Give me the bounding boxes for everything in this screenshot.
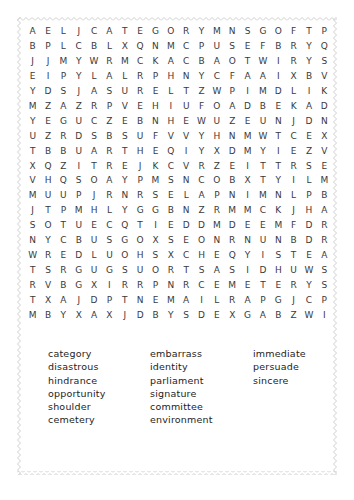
grid-letter: D xyxy=(301,233,316,248)
grid-letter: Z xyxy=(194,84,209,99)
grid-letter: B xyxy=(317,188,332,203)
grid-letter: A xyxy=(102,24,117,39)
grid-letter: R xyxy=(56,262,71,277)
worksheet-page: AELJCATEGORYMNSGOFTPBPLCBLXQNMCPUSEFBRYQ… xyxy=(0,0,354,500)
grid-letter: U xyxy=(132,262,147,277)
grid-letter: H xyxy=(132,143,147,158)
grid-letter: N xyxy=(271,188,286,203)
grid-letter: L xyxy=(56,39,71,54)
grid-letter: U xyxy=(132,128,147,143)
grid-letter: M xyxy=(209,24,224,39)
grid-letter: R xyxy=(286,39,301,54)
grid-letter: M xyxy=(163,39,178,54)
grid-letter: E xyxy=(301,128,316,143)
grid-letter: N xyxy=(225,188,240,203)
grid-letter: C xyxy=(194,173,209,188)
grid-letter: X xyxy=(71,307,86,322)
grid-letter: X xyxy=(317,128,332,143)
grid-letter: T xyxy=(179,84,194,99)
grid-letter: O xyxy=(132,233,147,248)
word-list-item: persuade xyxy=(253,360,306,373)
word-list-column: embarrassidentityparliamentsignaturecomm… xyxy=(150,347,213,427)
grid-letter: B xyxy=(271,39,286,54)
grid-letter: R xyxy=(86,98,101,113)
grid-letter: R xyxy=(40,247,55,262)
grid-letter: S xyxy=(71,173,86,188)
grid-letter: B xyxy=(148,307,163,322)
grid-letter: L xyxy=(102,39,117,54)
grid-letter: D xyxy=(179,218,194,233)
grid-letter: H xyxy=(148,98,163,113)
word-list-item: cemetery xyxy=(48,413,106,426)
grid-letter: J xyxy=(25,54,40,69)
grid-letter: R xyxy=(25,277,40,292)
grid-letter: I xyxy=(102,277,117,292)
grid-letter: L xyxy=(86,247,101,262)
grid-letter: Y xyxy=(25,113,40,128)
grid-letter: Z xyxy=(56,158,71,173)
grid-letter: P xyxy=(194,39,209,54)
grid-letter: E xyxy=(132,24,147,39)
grid-letter: R xyxy=(117,277,132,292)
grid-letter: A xyxy=(209,262,224,277)
grid-letter: U xyxy=(209,113,224,128)
grid-letter: T xyxy=(56,218,71,233)
grid-letter: Y xyxy=(301,39,316,54)
grid-letter: A xyxy=(225,98,240,113)
grid-letter: R xyxy=(317,218,332,233)
grid-letter: Y xyxy=(301,277,316,292)
grid-letter: N xyxy=(25,233,40,248)
grid-letter: X xyxy=(240,173,255,188)
grid-letter: W xyxy=(255,54,270,69)
grid-letter: T xyxy=(25,143,40,158)
grid-letter: Y xyxy=(301,54,316,69)
grid-letter: T xyxy=(40,203,55,218)
grid-letter: B xyxy=(40,143,55,158)
grid-letter: R xyxy=(132,84,147,99)
grid-letter: R xyxy=(194,158,209,173)
grid-letter: B xyxy=(194,54,209,69)
grid-letter: Z xyxy=(194,203,209,218)
grid-letter: T xyxy=(117,143,132,158)
grid-letter: C xyxy=(179,54,194,69)
grid-letter: V xyxy=(179,128,194,143)
grid-letter: E xyxy=(25,69,40,84)
grid-letter: J xyxy=(25,203,40,218)
grid-letter: E xyxy=(240,277,255,292)
grid-letter: N xyxy=(317,113,332,128)
grid-letter: B xyxy=(56,277,71,292)
grid-letter: P xyxy=(225,84,240,99)
grid-letter: H xyxy=(163,113,178,128)
word-list-item: signature xyxy=(150,387,213,400)
grid-letter: U xyxy=(209,39,224,54)
grid-letter: L xyxy=(163,84,178,99)
word-list-item: immediate xyxy=(253,347,306,360)
grid-letter: G xyxy=(71,262,86,277)
grid-letter: Q xyxy=(56,173,71,188)
grid-letter: Q xyxy=(132,39,147,54)
grid-letter: U xyxy=(25,128,40,143)
grid-letter: D xyxy=(317,98,332,113)
border-left-edge xyxy=(17,17,21,475)
grid-letter: C xyxy=(179,247,194,262)
grid-letter: S xyxy=(148,247,163,262)
grid-letter: A xyxy=(56,292,71,307)
grid-letter: G xyxy=(71,277,86,292)
grid-letter: S xyxy=(271,247,286,262)
grid-letter: E xyxy=(286,143,301,158)
grid-letter: U xyxy=(71,113,86,128)
grid-letter: A xyxy=(56,98,71,113)
grid-letter: S xyxy=(163,233,178,248)
grid-letter: G xyxy=(132,203,147,218)
grid-letter: N xyxy=(271,113,286,128)
grid-letter: L xyxy=(56,24,71,39)
grid-letter: T xyxy=(117,292,132,307)
grid-letter: W xyxy=(86,54,101,69)
grid-letter: J xyxy=(286,292,301,307)
grid-letter: N xyxy=(209,233,224,248)
word-list-item: parliament xyxy=(150,374,213,387)
grid-letter: G xyxy=(271,292,286,307)
grid-letter: X xyxy=(163,247,178,262)
grid-letter: L xyxy=(179,188,194,203)
grid-letter: M xyxy=(225,277,240,292)
grid-letter: N xyxy=(179,203,194,218)
grid-letter: H xyxy=(40,173,55,188)
grid-letter: S xyxy=(317,277,332,292)
grid-letter: V xyxy=(117,98,132,113)
grid-letter: A xyxy=(240,292,255,307)
grid-letter: P xyxy=(40,39,55,54)
grid-letter: L xyxy=(117,69,132,84)
grid-letter: R xyxy=(102,54,117,69)
grid-letter: G xyxy=(56,113,71,128)
grid-letter: J xyxy=(286,203,301,218)
word-list-column: immediatepersuadesincere xyxy=(253,347,306,387)
grid-letter: D xyxy=(40,84,55,99)
grid-letter: B xyxy=(286,233,301,248)
grid-letter: G xyxy=(117,233,132,248)
grid-letter: C xyxy=(71,39,86,54)
grid-letter: C xyxy=(255,203,270,218)
grid-letter: E xyxy=(148,292,163,307)
grid-letter: S xyxy=(117,128,132,143)
grid-letter: Y xyxy=(117,173,132,188)
grid-letter: V xyxy=(163,128,178,143)
grid-letter: W xyxy=(194,113,209,128)
grid-letter: S xyxy=(102,84,117,99)
grid-letter: T xyxy=(25,262,40,277)
grid-letter: M xyxy=(317,173,332,188)
grid-letter: P xyxy=(148,277,163,292)
grid-letter: O xyxy=(163,24,178,39)
grid-letter: A xyxy=(102,69,117,84)
grid-letter: Y xyxy=(25,84,40,99)
grid-letter: M xyxy=(25,307,40,322)
grid-letter: B xyxy=(163,203,178,218)
grid-letter: V xyxy=(317,69,332,84)
grid-letter: Z xyxy=(40,98,55,113)
grid-letter: H xyxy=(271,262,286,277)
grid-letter: S xyxy=(225,262,240,277)
grid-letter: C xyxy=(209,69,224,84)
grid-letter: I xyxy=(163,98,178,113)
grid-letter: R xyxy=(102,158,117,173)
grid-letter: R xyxy=(209,203,224,218)
grid-letter: A xyxy=(102,173,117,188)
grid-letter: U xyxy=(255,233,270,248)
grid-letter: B xyxy=(71,233,86,248)
grid-letter: C xyxy=(163,158,178,173)
grid-letter: S xyxy=(148,188,163,203)
grid-letter: U xyxy=(179,98,194,113)
grid-letter: Q xyxy=(225,247,240,262)
grid-letter: P xyxy=(255,292,270,307)
grid-letter: S xyxy=(117,262,132,277)
grid-letter: C xyxy=(132,54,147,69)
grid-letter: M xyxy=(240,203,255,218)
grid-letter: H xyxy=(132,247,147,262)
grid-letter: E xyxy=(225,158,240,173)
grid-letter: E xyxy=(255,218,270,233)
word-list-item: disastrous xyxy=(48,360,106,373)
grid-letter: E xyxy=(117,113,132,128)
grid-letter: U xyxy=(86,262,101,277)
grid-letter: R xyxy=(132,277,147,292)
grid-letter: D xyxy=(301,218,316,233)
grid-letter: G xyxy=(148,24,163,39)
grid-letter: A xyxy=(25,24,40,39)
grid-letter: B xyxy=(86,39,101,54)
grid-letter: W xyxy=(301,262,316,277)
grid-letter: U xyxy=(56,188,71,203)
grid-letter: F xyxy=(286,218,301,233)
grid-letter: L xyxy=(301,173,316,188)
grid-letter: I xyxy=(271,69,286,84)
border-right-edge xyxy=(333,17,337,475)
grid-letter: Y xyxy=(194,143,209,158)
grid-letter: A xyxy=(179,292,194,307)
grid-letter: T xyxy=(255,173,270,188)
grid-letter: Y xyxy=(71,69,86,84)
grid-letter: F xyxy=(225,69,240,84)
grid-letter: H xyxy=(86,203,101,218)
grid-letter: C xyxy=(56,233,71,248)
word-list-column: categorydisastroushindranceopportunitysh… xyxy=(48,347,106,427)
grid-letter: X xyxy=(209,143,224,158)
grid-letter: J xyxy=(117,307,132,322)
word-list-item: shoulder xyxy=(48,400,106,413)
grid-letter: R xyxy=(163,262,178,277)
grid-letter: A xyxy=(255,69,270,84)
grid-letter: I xyxy=(71,158,86,173)
grid-letter: M xyxy=(240,128,255,143)
grid-letter: U xyxy=(40,188,55,203)
grid-letter: Y xyxy=(240,247,255,262)
grid-letter: U xyxy=(86,233,101,248)
grid-letter: I xyxy=(317,307,332,322)
grid-letter: B xyxy=(301,69,316,84)
grid-letter: R xyxy=(225,233,240,248)
grid-letter: L xyxy=(209,292,224,307)
grid-letter: F xyxy=(286,24,301,39)
grid-letter: N xyxy=(225,24,240,39)
grid-letter: J xyxy=(86,188,101,203)
grid-letter: A xyxy=(194,188,209,203)
grid-letter: E xyxy=(240,39,255,54)
grid-letter: P xyxy=(317,24,332,39)
grid-letter: I xyxy=(255,247,270,262)
grid-letter: N xyxy=(179,173,194,188)
grid-letter: M xyxy=(163,292,178,307)
grid-letter: X xyxy=(286,69,301,84)
grid-letter: A xyxy=(301,98,316,113)
grid-letter: T xyxy=(271,128,286,143)
grid-letter: B xyxy=(56,143,71,158)
grid-letter: E xyxy=(209,247,224,262)
grid-letter: Q xyxy=(117,218,132,233)
grid-letter: E xyxy=(179,233,194,248)
grid-letter: C xyxy=(86,24,101,39)
grid-letter: A xyxy=(86,143,101,158)
grid-letter: E xyxy=(56,247,71,262)
grid-letter: Z xyxy=(71,98,86,113)
grid-letter: O xyxy=(209,98,224,113)
grid-letter: X xyxy=(25,158,40,173)
grid-letter: C xyxy=(286,128,301,143)
grid-letter: P xyxy=(132,173,147,188)
grid-letter: T xyxy=(255,158,270,173)
grid-letter: I xyxy=(194,292,209,307)
grid-letter: S xyxy=(163,173,178,188)
grid-letter: G xyxy=(148,203,163,218)
word-list-item: hindrance xyxy=(48,374,106,387)
grid-letter: D xyxy=(225,218,240,233)
grid-letter: N xyxy=(271,233,286,248)
grid-letter: K xyxy=(286,98,301,113)
grid-letter: R xyxy=(102,188,117,203)
grid-letter: X xyxy=(225,307,240,322)
grid-letter: B xyxy=(255,98,270,113)
grid-letter: P xyxy=(56,203,71,218)
grid-letter: I xyxy=(271,54,286,69)
grid-letter: P xyxy=(102,98,117,113)
grid-letter: S xyxy=(301,158,316,173)
grid-letter: M xyxy=(255,84,270,99)
word-list-item: identity xyxy=(150,360,213,373)
grid-letter: T xyxy=(179,262,194,277)
grid-letter: O xyxy=(209,173,224,188)
grid-letter: P xyxy=(56,69,71,84)
grid-letter: M xyxy=(225,203,240,218)
grid-letter: I xyxy=(240,84,255,99)
grid-letter: H xyxy=(209,128,224,143)
grid-letter: N xyxy=(163,277,178,292)
grid-letter: W xyxy=(301,307,316,322)
grid-letter: Y xyxy=(194,69,209,84)
grid-letter: Z xyxy=(301,143,316,158)
grid-letter: Y xyxy=(194,128,209,143)
word-list-item: committee xyxy=(150,400,213,413)
grid-letter: B xyxy=(40,307,55,322)
grid-letter: I xyxy=(286,173,301,188)
grid-letter: Y xyxy=(163,307,178,322)
grid-letter: L xyxy=(102,203,117,218)
grid-letter: D xyxy=(71,128,86,143)
grid-letter: T xyxy=(301,24,316,39)
grid-letter: M xyxy=(271,218,286,233)
grid-letter: M xyxy=(209,218,224,233)
grid-letter: K xyxy=(148,158,163,173)
grid-letter: R xyxy=(286,277,301,292)
grid-letter: Y xyxy=(271,173,286,188)
grid-letter: V xyxy=(317,143,332,158)
grid-letter: N xyxy=(132,292,147,307)
grid-letter: Y xyxy=(40,233,55,248)
grid-letter: B xyxy=(271,307,286,322)
word-list-item: environment xyxy=(150,413,213,426)
grid-letter: P xyxy=(209,188,224,203)
word-list-item: category xyxy=(48,347,106,360)
grid-letter: M xyxy=(56,54,71,69)
grid-letter: W xyxy=(25,247,40,262)
grid-letter: C xyxy=(194,277,209,292)
grid-letter: Y xyxy=(117,203,132,218)
grid-letter: S xyxy=(179,307,194,322)
grid-letter: E xyxy=(40,24,55,39)
grid-letter: J xyxy=(71,292,86,307)
grid-letter: R xyxy=(56,128,71,143)
grid-letter: E xyxy=(240,218,255,233)
grid-letter: A xyxy=(240,69,255,84)
grid-letter: A xyxy=(317,203,332,218)
grid-letter: U xyxy=(255,113,270,128)
grid-letter: T xyxy=(240,54,255,69)
grid-letter: E xyxy=(240,113,255,128)
grid-letter: S xyxy=(194,262,209,277)
grid-letter: I xyxy=(240,188,255,203)
word-list-item: sincere xyxy=(253,374,306,387)
grid-letter: J xyxy=(71,24,86,39)
grid-letter: N xyxy=(179,69,194,84)
grid-letter: H xyxy=(163,69,178,84)
grid-letter: M xyxy=(25,188,40,203)
grid-letter: E xyxy=(301,247,316,262)
grid-letter: V xyxy=(25,173,40,188)
grid-letter: G xyxy=(255,24,270,39)
grid-letter: T xyxy=(25,292,40,307)
grid-letter: A xyxy=(209,54,224,69)
word-list-item: embarrass xyxy=(150,347,213,360)
grid-letter: T xyxy=(286,247,301,262)
grid-letter: E xyxy=(163,188,178,203)
grid-letter: R xyxy=(132,69,147,84)
grid-letter: N xyxy=(225,128,240,143)
grid-letter: S xyxy=(40,262,55,277)
grid-letter: T xyxy=(271,158,286,173)
grid-letter: Z xyxy=(286,307,301,322)
grid-letter: X xyxy=(148,233,163,248)
grid-letter: V xyxy=(179,158,194,173)
grid-letter: B xyxy=(225,173,240,188)
grid-letter: W xyxy=(255,128,270,143)
grid-letter: M xyxy=(71,203,86,218)
grid-letter: J xyxy=(40,54,55,69)
grid-letter: O xyxy=(271,24,286,39)
